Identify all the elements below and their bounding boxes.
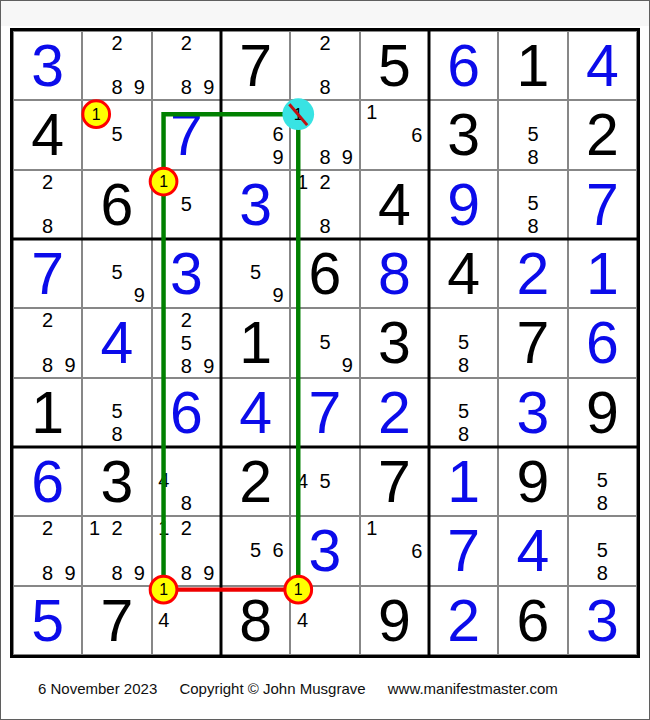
cell-r9c5: 4 [290, 586, 359, 655]
empty-candidate-slot [336, 76, 358, 99]
candidate-8-r3c1: 8 [36, 215, 58, 238]
empty-candidate-slot [544, 171, 566, 192]
empty-candidate-slot [383, 147, 405, 168]
empty-candidate-slot [336, 632, 358, 654]
solved-digit: 4 [101, 312, 134, 373]
cell-r8c4: 56 [221, 516, 290, 585]
solved-digit: 9 [447, 174, 480, 235]
empty-candidate-slot [14, 309, 36, 332]
cell-r6c3: 6 [152, 378, 221, 447]
empty-candidate-slot [522, 171, 544, 192]
given-digit: 2 [586, 104, 619, 165]
solved-digit: 3 [170, 243, 203, 304]
empty-candidate-slot [36, 332, 58, 353]
given-digit: 2 [239, 451, 272, 512]
empty-candidate-slot [406, 517, 428, 540]
empty-candidate-slot [198, 609, 220, 632]
cell-r4c8: 2 [498, 239, 567, 308]
empty-candidate-slot [14, 332, 36, 353]
candidate-8-r3c8: 8 [522, 215, 544, 238]
cell-r9c4: 8 [221, 586, 290, 655]
empty-candidate-slot [153, 32, 175, 55]
candidate-9-r4c2: 9 [128, 284, 150, 307]
empty-candidate-slot [383, 563, 405, 584]
empty-candidate-slot [591, 517, 613, 538]
empty-candidate-slot [83, 379, 105, 400]
empty-candidate-slot [314, 194, 336, 215]
solved-digit: 6 [447, 35, 480, 96]
pencilmarks-r8c9: 58 [569, 517, 636, 584]
footer-date: 6 November 2023 [38, 680, 157, 697]
pencilmarks-r4c2: 59 [83, 240, 150, 307]
board-cells: 3289289728561445769891635822865312849587… [13, 31, 637, 655]
empty-candidate-slot [544, 123, 566, 146]
empty-candidate-slot [336, 587, 358, 609]
candidate-9-r1c3: 9 [198, 76, 220, 99]
cell-r7c2: 3 [82, 447, 151, 516]
empty-candidate-slot [406, 101, 428, 124]
empty-candidate-slot [198, 32, 220, 55]
pencilmarks-r5c5: 59 [291, 309, 358, 376]
pencilmarks-r7c3: 48 [153, 448, 220, 515]
cell-r8c6: 16 [360, 516, 429, 585]
empty-candidate-slot [83, 540, 105, 561]
candidate-5-r3c3: 5 [175, 193, 197, 216]
empty-candidate-slot [244, 562, 266, 584]
candidate-5-r7c9: 5 [591, 469, 613, 492]
cell-r6c8: 3 [498, 378, 567, 447]
empty-candidate-slot [222, 284, 244, 307]
solved-digit: 7 [170, 104, 203, 165]
cell-r1c6: 5 [360, 31, 429, 100]
empty-candidate-slot [59, 332, 81, 353]
empty-candidate-slot [569, 539, 591, 562]
candidate-2-r8c3: 2 [175, 517, 197, 540]
cell-r8c1: 289 [13, 516, 82, 585]
empty-candidate-slot [153, 540, 175, 561]
pencilmarks-r9c3: 4 [153, 587, 220, 654]
empty-candidate-slot [59, 540, 81, 561]
cell-r3c4: 3 [221, 170, 290, 239]
empty-candidate-slot [83, 261, 105, 284]
cell-r2c5: 89 [290, 100, 359, 169]
empty-candidate-slot [128, 123, 150, 146]
empty-candidate-slot [267, 261, 289, 284]
empty-candidate-slot [291, 309, 313, 330]
empty-candidate-slot [59, 309, 81, 332]
empty-candidate-slot [291, 331, 313, 354]
cell-r8c7: 7 [429, 516, 498, 585]
empty-candidate-slot [267, 562, 289, 584]
cell-r8c3: 1289 [152, 516, 221, 585]
candidate-1-r8c6: 1 [361, 517, 383, 540]
solved-digit: 6 [586, 312, 619, 373]
solved-digit: 8 [378, 243, 411, 304]
empty-candidate-slot [614, 492, 636, 515]
empty-candidate-slot [83, 55, 105, 76]
pencilmarks-r1c2: 289 [83, 32, 150, 99]
solved-digit: 1 [586, 243, 619, 304]
cell-r2c9: 2 [568, 100, 637, 169]
empty-candidate-slot [198, 587, 220, 609]
cell-r6c1: 1 [13, 378, 82, 447]
candidate-5-r5c3: 5 [175, 332, 197, 355]
pencilmarks-r2c6: 16 [361, 101, 428, 168]
empty-candidate-slot [314, 123, 336, 145]
candidate-8-r6c7: 8 [452, 423, 474, 446]
empty-candidate-slot [336, 609, 358, 632]
candidate-8-r1c5: 8 [314, 76, 336, 99]
empty-candidate-slot [291, 632, 313, 654]
empty-candidate-slot [291, 215, 313, 238]
given-digit: 9 [378, 590, 411, 651]
empty-candidate-slot [336, 215, 358, 238]
candidate-9-r8c1: 9 [59, 562, 81, 585]
given-digit: 6 [517, 590, 550, 651]
pencilmarks-r2c4: 69 [222, 101, 289, 168]
candidate-5-r6c7: 5 [452, 400, 474, 423]
candidate-8-r2c8: 8 [522, 146, 544, 169]
empty-candidate-slot [291, 448, 313, 470]
cell-r8c5: 3 [290, 516, 359, 585]
cell-r5c1: 289 [13, 308, 82, 377]
empty-candidate-slot [244, 517, 266, 539]
empty-candidate-slot [128, 540, 150, 561]
empty-candidate-slot [83, 400, 105, 423]
empty-candidate-slot [544, 146, 566, 169]
empty-candidate-slot [222, 517, 244, 539]
empty-candidate-slot [83, 562, 105, 585]
candidate-6-r2c4: 6 [267, 123, 289, 146]
cell-r7c9: 58 [568, 447, 637, 516]
cell-r1c3: 289 [152, 31, 221, 100]
candidate-2-r8c2: 2 [106, 517, 128, 540]
empty-candidate-slot [314, 354, 336, 377]
empty-candidate-slot [83, 101, 105, 123]
empty-candidate-slot [522, 101, 544, 122]
empty-candidate-slot [153, 632, 175, 654]
candidate-5-r5c7: 5 [452, 331, 474, 354]
empty-candidate-slot [175, 171, 197, 193]
candidate-2-r3c1: 2 [36, 171, 58, 194]
empty-candidate-slot [222, 240, 244, 261]
empty-candidate-slot [430, 354, 452, 377]
empty-candidate-slot [452, 379, 474, 400]
cell-r3c5: 128 [290, 170, 359, 239]
solved-digit: 7 [31, 243, 64, 304]
candidate-1-r8c2: 1 [83, 517, 105, 540]
empty-candidate-slot [291, 32, 313, 55]
cell-r7c4: 2 [221, 447, 290, 516]
cell-r2c3: 7 [152, 100, 221, 169]
cell-r7c7: 1 [429, 447, 498, 516]
solved-digit: 3 [239, 174, 272, 235]
cell-r5c2: 4 [82, 308, 151, 377]
empty-candidate-slot [128, 55, 150, 76]
cell-r4c5: 6 [290, 239, 359, 308]
cell-r5c3: 2589 [152, 308, 221, 377]
pencilmarks-r6c2: 58 [83, 379, 150, 446]
candidate-8-r1c2: 8 [106, 76, 128, 99]
empty-candidate-slot [430, 379, 452, 400]
empty-candidate-slot [314, 55, 336, 76]
empty-candidate-slot [106, 540, 128, 561]
empty-candidate-slot [244, 123, 266, 146]
cell-r1c4: 7 [221, 31, 290, 100]
solved-digit: 3 [309, 520, 342, 581]
given-digit: 7 [101, 590, 134, 651]
empty-candidate-slot [175, 55, 197, 76]
empty-candidate-slot [14, 517, 36, 540]
empty-candidate-slot [14, 540, 36, 561]
candidate-4-r9c3: 4 [153, 609, 175, 632]
cell-r9c9: 3 [568, 586, 637, 655]
footer-copyright: Copyright © John Musgrave [179, 680, 365, 697]
cell-r1c1: 3 [13, 31, 82, 100]
solved-digit: 4 [586, 35, 619, 96]
cell-r9c8: 6 [498, 586, 567, 655]
given-digit: 7 [378, 451, 411, 512]
empty-candidate-slot [475, 400, 497, 423]
solved-digit: 7 [309, 382, 342, 443]
cell-r2c2: 5 [82, 100, 151, 169]
pencilmarks-r3c8: 58 [499, 171, 566, 238]
solved-digit: 2 [378, 382, 411, 443]
empty-candidate-slot [153, 448, 175, 469]
empty-candidate-slot [128, 423, 150, 446]
candidate-5-r4c4: 5 [244, 261, 266, 284]
empty-candidate-slot [128, 240, 150, 261]
empty-candidate-slot [614, 448, 636, 469]
footer-website: www.manifestmaster.com [388, 680, 558, 697]
empty-candidate-slot [291, 146, 313, 169]
pencilmarks-r9c5: 4 [291, 587, 358, 654]
candidate-9-r4c4: 9 [267, 284, 289, 307]
empty-candidate-slot [244, 240, 266, 261]
empty-candidate-slot [336, 32, 358, 55]
candidate-2-r3c5: 2 [314, 171, 336, 194]
pencilmarks-r8c3: 1289 [153, 517, 220, 584]
pencilmarks-r8c4: 56 [222, 517, 289, 584]
empty-candidate-slot [153, 55, 175, 76]
given-digit: 6 [101, 174, 134, 235]
given-digit: 9 [586, 382, 619, 443]
solved-digit: 4 [517, 520, 550, 581]
empty-candidate-slot [569, 492, 591, 515]
candidate-5-r3c8: 5 [522, 192, 544, 215]
empty-candidate-slot [222, 123, 244, 146]
cell-r2c8: 58 [498, 100, 567, 169]
cell-r5c8: 7 [498, 308, 567, 377]
empty-candidate-slot [59, 215, 81, 238]
empty-candidate-slot [222, 539, 244, 562]
empty-candidate-slot [475, 331, 497, 354]
candidate-5-r5c5: 5 [314, 331, 336, 354]
empty-candidate-slot [83, 284, 105, 307]
empty-candidate-slot [128, 261, 150, 284]
cell-r3c1: 28 [13, 170, 82, 239]
empty-candidate-slot [198, 540, 220, 561]
solved-digit: 2 [517, 243, 550, 304]
empty-candidate-slot [430, 309, 452, 330]
empty-candidate-slot [569, 517, 591, 538]
candidate-8-r1c3: 8 [175, 76, 197, 99]
given-digit: 3 [447, 104, 480, 165]
empty-candidate-slot [291, 354, 313, 377]
given-digit: 4 [31, 104, 64, 165]
empty-candidate-slot [361, 540, 383, 563]
solved-digit: 3 [517, 382, 550, 443]
empty-candidate-slot [36, 194, 58, 215]
empty-candidate-slot [106, 379, 128, 400]
cell-r1c9: 4 [568, 31, 637, 100]
pencilmarks-r3c5: 128 [291, 171, 358, 238]
candidate-8-r8c1: 8 [36, 562, 58, 585]
empty-candidate-slot [361, 124, 383, 147]
empty-candidate-slot [406, 147, 428, 168]
cell-r6c2: 58 [82, 378, 151, 447]
candidate-8-r5c1: 8 [36, 354, 58, 377]
empty-candidate-slot [475, 423, 497, 446]
candidate-8-r6c2: 8 [106, 423, 128, 446]
empty-candidate-slot [198, 193, 220, 216]
cell-r4c4: 59 [221, 239, 290, 308]
cell-r6c6: 2 [360, 378, 429, 447]
solved-digit: 4 [239, 382, 272, 443]
cell-r1c2: 289 [82, 31, 151, 100]
cell-r2c6: 16 [360, 100, 429, 169]
empty-candidate-slot [36, 540, 58, 561]
empty-candidate-slot [14, 562, 36, 585]
pencilmarks-r8c2: 1289 [83, 517, 150, 584]
pencilmarks-r5c3: 2589 [153, 309, 220, 376]
empty-candidate-slot [430, 400, 452, 423]
empty-candidate-slot [198, 171, 220, 193]
empty-candidate-slot [153, 76, 175, 99]
pencilmarks-r2c8: 58 [499, 101, 566, 168]
empty-candidate-slot [336, 331, 358, 354]
candidate-2-r1c3: 2 [175, 32, 197, 55]
candidate-5-r7c5: 5 [314, 470, 336, 493]
cell-r8c2: 1289 [82, 516, 151, 585]
pencilmarks-r6c7: 58 [430, 379, 497, 446]
footer: 6 November 2023 Copyright © John Musgrav… [38, 680, 576, 697]
empty-candidate-slot [83, 32, 105, 55]
empty-candidate-slot [83, 423, 105, 446]
empty-candidate-slot [361, 563, 383, 584]
empty-candidate-slot [153, 309, 175, 332]
candidate-8-r5c3: 8 [175, 355, 197, 378]
pencilmarks-r2c5: 89 [291, 101, 358, 168]
pencilmarks-r7c5: 45 [291, 448, 358, 515]
empty-candidate-slot [336, 123, 358, 145]
empty-candidate-slot [430, 331, 452, 354]
empty-candidate-slot [569, 469, 591, 492]
empty-candidate-slot [198, 55, 220, 76]
empty-candidate-slot [14, 215, 36, 238]
cell-r4c6: 8 [360, 239, 429, 308]
empty-candidate-slot [499, 101, 521, 122]
empty-candidate-slot [336, 194, 358, 215]
cell-r1c7: 6 [429, 31, 498, 100]
cell-r4c9: 1 [568, 239, 637, 308]
pencilmarks-r3c3: 5 [153, 171, 220, 238]
empty-candidate-slot [336, 171, 358, 194]
cell-r9c6: 9 [360, 586, 429, 655]
empty-candidate-slot [544, 101, 566, 122]
cell-r6c5: 7 [290, 378, 359, 447]
candidate-4-r7c3: 4 [153, 469, 175, 492]
empty-candidate-slot [291, 194, 313, 215]
cell-r7c1: 6 [13, 447, 82, 516]
empty-candidate-slot [291, 493, 313, 515]
candidate-9-r5c3: 9 [198, 355, 220, 378]
given-digit: 3 [101, 451, 134, 512]
pencilmarks-r1c5: 28 [291, 32, 358, 99]
cell-r7c3: 48 [152, 447, 221, 516]
empty-candidate-slot [175, 216, 197, 238]
empty-candidate-slot [291, 76, 313, 99]
candidate-5-r4c2: 5 [106, 261, 128, 284]
empty-candidate-slot [314, 587, 336, 609]
candidate-8-r8c9: 8 [591, 562, 613, 585]
cell-r7c5: 45 [290, 447, 359, 516]
empty-candidate-slot [383, 517, 405, 540]
empty-candidate-slot [153, 492, 175, 515]
empty-candidate-slot [153, 587, 175, 609]
empty-candidate-slot [59, 517, 81, 540]
solved-digit: 6 [170, 382, 203, 443]
solved-digit: 3 [31, 35, 64, 96]
empty-candidate-slot [83, 146, 105, 168]
candidate-8-r5c7: 8 [452, 354, 474, 377]
cell-r5c9: 6 [568, 308, 637, 377]
empty-candidate-slot [614, 469, 636, 492]
empty-candidate-slot [314, 609, 336, 632]
empty-candidate-slot [452, 309, 474, 330]
empty-candidate-slot [175, 587, 197, 609]
candidate-9-r5c1: 9 [59, 354, 81, 377]
candidate-6-r8c6: 6 [406, 540, 428, 563]
empty-candidate-slot [128, 146, 150, 168]
candidate-2-r1c5: 2 [314, 32, 336, 55]
candidate-2-r5c3: 2 [175, 309, 197, 332]
given-digit: 7 [517, 312, 550, 373]
empty-candidate-slot [361, 147, 383, 168]
candidate-9-r8c3: 9 [198, 562, 220, 585]
empty-candidate-slot [244, 284, 266, 307]
empty-candidate-slot [314, 632, 336, 654]
empty-candidate-slot [153, 355, 175, 378]
empty-candidate-slot [614, 562, 636, 585]
sudoku-board: 3289289728561445769891635822865312849587… [10, 28, 640, 658]
empty-candidate-slot [198, 469, 220, 492]
cell-r6c9: 9 [568, 378, 637, 447]
empty-candidate-slot [106, 240, 128, 261]
empty-candidate-slot [314, 101, 336, 123]
pencilmarks-r5c1: 289 [14, 309, 81, 376]
empty-candidate-slot [153, 193, 175, 216]
candidate-8-r3c5: 8 [314, 215, 336, 238]
empty-candidate-slot [198, 332, 220, 355]
empty-candidate-slot [544, 215, 566, 238]
candidate-6-r8c4: 6 [267, 539, 289, 562]
cell-r4c1: 7 [13, 239, 82, 308]
solved-digit: 5 [31, 590, 64, 651]
pencilmarks-r4c4: 59 [222, 240, 289, 307]
pencilmarks-r5c7: 58 [430, 309, 497, 376]
empty-candidate-slot [383, 101, 405, 124]
